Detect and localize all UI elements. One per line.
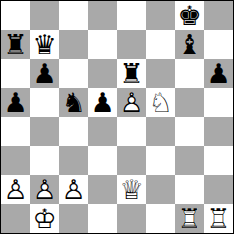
black-piece-glyph: ♟ (1, 88, 30, 117)
square-h5[interactable] (204, 88, 233, 117)
square-b6[interactable]: ♟ (30, 59, 59, 88)
piece-white-queen: ♛♕ (117, 175, 146, 204)
square-h4[interactable] (204, 117, 233, 146)
piece-white-pawn: ♟♙ (1, 175, 30, 204)
square-e5[interactable]: ♟♙ (117, 88, 146, 117)
piece-white-knight: ♞♘ (146, 88, 175, 117)
square-b8[interactable] (30, 1, 59, 30)
square-h2[interactable] (204, 175, 233, 204)
white-piece-outline: ♘ (146, 88, 175, 117)
piece-black-pawn: ♟ (30, 59, 59, 88)
square-f5[interactable]: ♞♘ (146, 88, 175, 117)
piece-white-pawn: ♟♙ (30, 175, 59, 204)
square-h1[interactable]: ♜♖ (204, 204, 233, 233)
square-f3[interactable] (146, 146, 175, 175)
black-piece-glyph: ♜ (117, 59, 146, 88)
square-c5[interactable]: ♞ (59, 88, 88, 117)
white-piece-outline: ♙ (30, 175, 59, 204)
black-piece-glyph: ♜ (1, 30, 30, 59)
square-a1[interactable] (1, 204, 30, 233)
square-f4[interactable] (146, 117, 175, 146)
square-g6[interactable] (175, 59, 204, 88)
white-piece-outline: ♔ (30, 204, 59, 233)
square-a2[interactable]: ♟♙ (1, 175, 30, 204)
square-f8[interactable] (146, 1, 175, 30)
square-c1[interactable] (59, 204, 88, 233)
square-g7[interactable]: ♝ (175, 30, 204, 59)
piece-black-pawn: ♟ (1, 88, 30, 117)
chess-board: ♚♜♛♝♟♜♟♟♞♟♟♙♞♘♟♙♟♙♟♙♛♕♚♔♜♖♜♖ (0, 0, 234, 234)
square-e3[interactable] (117, 146, 146, 175)
square-b2[interactable]: ♟♙ (30, 175, 59, 204)
piece-black-queen: ♛ (30, 30, 59, 59)
square-d3[interactable] (88, 146, 117, 175)
black-piece-glyph: ♝ (175, 30, 204, 59)
square-a3[interactable] (1, 146, 30, 175)
white-piece-outline: ♕ (117, 175, 146, 204)
square-e4[interactable] (117, 117, 146, 146)
black-piece-glyph: ♟ (204, 59, 233, 88)
square-e8[interactable] (117, 1, 146, 30)
square-a6[interactable] (1, 59, 30, 88)
square-f7[interactable] (146, 30, 175, 59)
square-b3[interactable] (30, 146, 59, 175)
chess-diagram: ♚♜♛♝♟♜♟♟♞♟♟♙♞♘♟♙♟♙♟♙♛♕♚♔♜♖♜♖ (0, 0, 234, 234)
square-d5[interactable]: ♟ (88, 88, 117, 117)
square-g1[interactable]: ♜♖ (175, 204, 204, 233)
square-a7[interactable]: ♜ (1, 30, 30, 59)
square-a4[interactable] (1, 117, 30, 146)
square-h7[interactable] (204, 30, 233, 59)
square-d1[interactable] (88, 204, 117, 233)
piece-white-pawn: ♟♙ (59, 175, 88, 204)
black-piece-glyph: ♚ (175, 1, 204, 30)
square-d4[interactable] (88, 117, 117, 146)
piece-white-rook: ♜♖ (175, 204, 204, 233)
black-piece-glyph: ♛ (30, 30, 59, 59)
piece-black-rook: ♜ (117, 59, 146, 88)
white-piece-outline: ♙ (59, 175, 88, 204)
piece-white-pawn: ♟♙ (117, 88, 146, 117)
square-h6[interactable]: ♟ (204, 59, 233, 88)
square-c4[interactable] (59, 117, 88, 146)
square-c7[interactable] (59, 30, 88, 59)
square-c3[interactable] (59, 146, 88, 175)
square-g5[interactable] (175, 88, 204, 117)
black-piece-glyph: ♞ (59, 88, 88, 117)
square-g2[interactable] (175, 175, 204, 204)
square-b1[interactable]: ♚♔ (30, 204, 59, 233)
square-e6[interactable]: ♜ (117, 59, 146, 88)
square-e7[interactable] (117, 30, 146, 59)
square-g8[interactable]: ♚ (175, 1, 204, 30)
white-piece-outline: ♖ (204, 204, 233, 233)
piece-black-pawn: ♟ (204, 59, 233, 88)
square-d6[interactable] (88, 59, 117, 88)
square-b5[interactable] (30, 88, 59, 117)
piece-white-rook: ♜♖ (204, 204, 233, 233)
square-g3[interactable] (175, 146, 204, 175)
square-d8[interactable] (88, 1, 117, 30)
square-h3[interactable] (204, 146, 233, 175)
square-g4[interactable] (175, 117, 204, 146)
white-piece-outline: ♖ (175, 204, 204, 233)
square-d2[interactable] (88, 175, 117, 204)
square-a8[interactable] (1, 1, 30, 30)
square-f2[interactable] (146, 175, 175, 204)
white-piece-outline: ♙ (117, 88, 146, 117)
square-e2[interactable]: ♛♕ (117, 175, 146, 204)
white-piece-outline: ♙ (1, 175, 30, 204)
square-b7[interactable]: ♛ (30, 30, 59, 59)
square-b4[interactable] (30, 117, 59, 146)
piece-black-rook: ♜ (1, 30, 30, 59)
square-f6[interactable] (146, 59, 175, 88)
square-d7[interactable] (88, 30, 117, 59)
black-piece-glyph: ♟ (88, 88, 117, 117)
piece-black-pawn: ♟ (88, 88, 117, 117)
square-f1[interactable] (146, 204, 175, 233)
black-piece-glyph: ♟ (30, 59, 59, 88)
piece-black-bishop: ♝ (175, 30, 204, 59)
piece-white-king: ♚♔ (30, 204, 59, 233)
square-c6[interactable] (59, 59, 88, 88)
square-a5[interactable]: ♟ (1, 88, 30, 117)
piece-black-knight: ♞ (59, 88, 88, 117)
square-h8[interactable] (204, 1, 233, 30)
square-e1[interactable] (117, 204, 146, 233)
square-c8[interactable] (59, 1, 88, 30)
piece-black-king: ♚ (175, 1, 204, 30)
square-c2[interactable]: ♟♙ (59, 175, 88, 204)
